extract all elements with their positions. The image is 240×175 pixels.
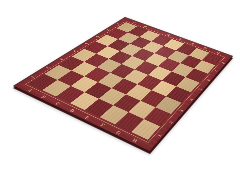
rank-label-right-4: 4 [182, 95, 200, 105]
file-label-far-a: A [127, 19, 141, 25]
rank-label-right-7: 7 [208, 67, 224, 75]
rank-label-right-3: 3 [172, 105, 191, 116]
rank-label-left-2: 2 [39, 63, 57, 72]
rank-label-left-7: 7 [100, 27, 115, 34]
file-label-far-h: H [210, 49, 225, 56]
file-label-far-g: G [198, 45, 213, 52]
file-label-far-c: C [150, 27, 164, 33]
rank-label-right-5: 5 [191, 85, 209, 94]
rank-label-left-8: 8 [111, 21, 125, 27]
file-label-far-f: F [185, 40, 200, 47]
rank-label-left-1: 1 [23, 72, 41, 81]
rank-label-left-6: 6 [90, 33, 105, 40]
rank-label-right-8: 8 [215, 59, 231, 67]
file-label-near-e: E [77, 112, 97, 124]
coordinate-labels: AABBCCDDEEFFGGHH1122334455667788 [13, 17, 233, 152]
chess-board: AABBCCDDEEFFGGHH1122334455667788 [13, 17, 233, 152]
rank-label-right-6: 6 [200, 76, 217, 85]
file-label-far-d: D [161, 32, 176, 39]
file-label-near-a: A [21, 85, 40, 95]
file-label-far-e: E [173, 36, 188, 43]
rank-label-left-3: 3 [53, 55, 70, 63]
rank-label-right-2: 2 [161, 117, 181, 129]
file-label-near-h: H [124, 134, 145, 147]
file-label-near-c: C [48, 98, 68, 109]
rank-label-right-1: 1 [149, 129, 170, 141]
file-label-far-b: B [138, 23, 152, 29]
board-shadow-wrapper: AABBCCDDEEFFGGHH1122334455667788 [0, 0, 240, 175]
file-label-near-g: G [108, 126, 129, 138]
rank-label-left-4: 4 [66, 47, 82, 55]
file-label-near-f: F [93, 119, 114, 131]
file-label-near-d: D [63, 105, 83, 116]
rank-label-left-5: 5 [78, 40, 94, 47]
file-label-near-b: B [34, 92, 53, 103]
